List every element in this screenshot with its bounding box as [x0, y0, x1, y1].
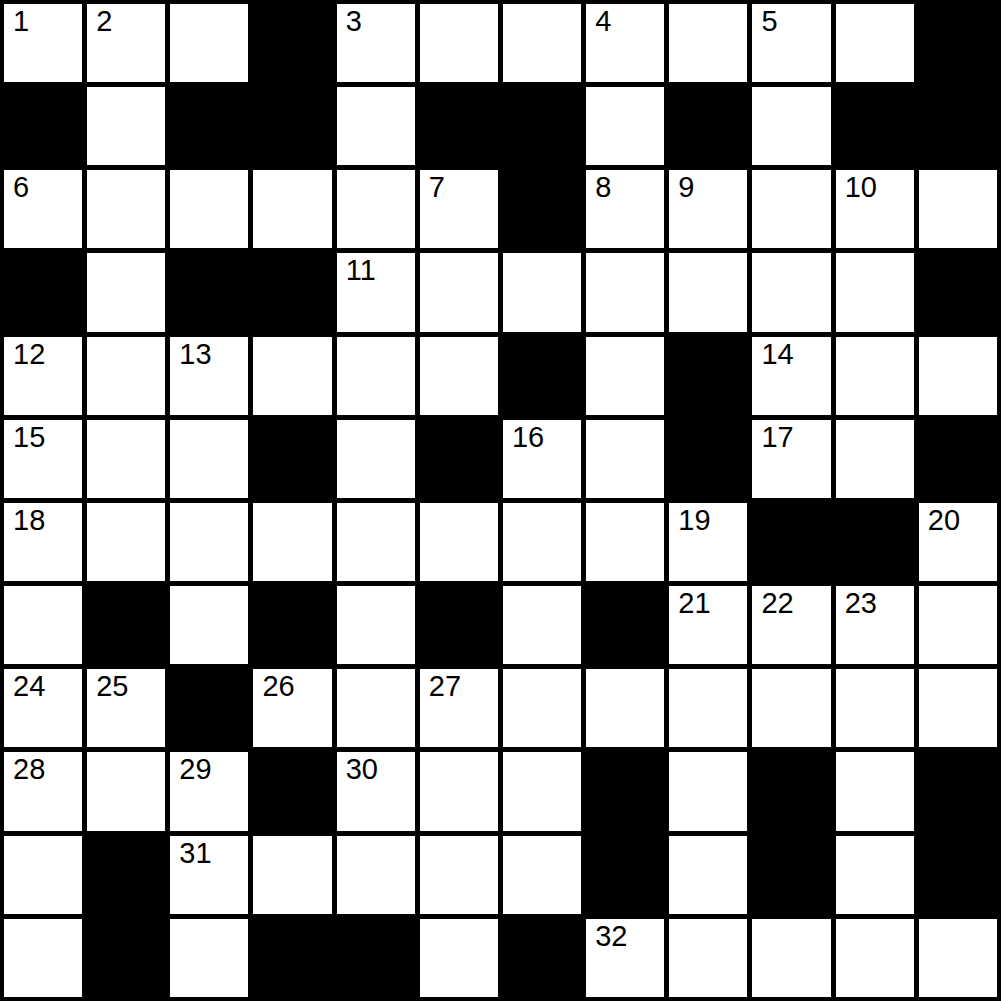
crossword-cell[interactable]: 2: [87, 4, 165, 82]
crossword-cell[interactable]: [919, 919, 997, 997]
blocked-cell: [919, 87, 997, 165]
clue-number: 30: [346, 755, 378, 784]
crossword-cell[interactable]: [420, 836, 498, 914]
clue-number: 8: [595, 173, 611, 202]
crossword-cell[interactable]: 3: [337, 4, 415, 82]
crossword-cell[interactable]: 22: [752, 586, 830, 664]
clue-number: 13: [179, 340, 211, 369]
crossword-cell[interactable]: [337, 503, 415, 581]
crossword-cell[interactable]: 26: [253, 669, 331, 747]
crossword-cell[interactable]: 12: [4, 337, 82, 415]
crossword-cell[interactable]: [586, 420, 664, 498]
crossword-cell[interactable]: [253, 170, 331, 248]
blocked-cell: [253, 586, 331, 664]
crossword-cell[interactable]: [253, 503, 331, 581]
blocked-cell: [919, 4, 997, 82]
crossword-cell[interactable]: [87, 420, 165, 498]
crossword-cell[interactable]: 23: [836, 586, 914, 664]
crossword-cell[interactable]: [503, 752, 581, 830]
crossword-cell[interactable]: [503, 4, 581, 82]
crossword-cell[interactable]: [337, 836, 415, 914]
clue-number: 21: [678, 589, 710, 618]
blocked-cell: [669, 87, 747, 165]
crossword-cell[interactable]: [586, 503, 664, 581]
blocked-cell: [919, 253, 997, 331]
clue-number: 16: [512, 423, 544, 452]
blocked-cell: [669, 420, 747, 498]
blocked-cell: [4, 87, 82, 165]
blocked-cell: [420, 420, 498, 498]
clue-number: 17: [761, 423, 793, 452]
clue-number: 6: [13, 173, 29, 202]
blocked-cell: [919, 836, 997, 914]
clue-number: 1: [13, 7, 29, 36]
clue-number: 25: [96, 672, 128, 701]
crossword-cell[interactable]: [337, 669, 415, 747]
clue-number: 18: [13, 506, 45, 535]
crossword-cell[interactable]: [919, 669, 997, 747]
crossword-cell[interactable]: 13: [170, 337, 248, 415]
blocked-cell: [752, 503, 830, 581]
blocked-cell: [253, 253, 331, 331]
blocked-cell: [919, 752, 997, 830]
crossword-cell[interactable]: [420, 337, 498, 415]
crossword-cell[interactable]: 15: [4, 420, 82, 498]
crossword-cell[interactable]: [919, 337, 997, 415]
blocked-cell: [253, 420, 331, 498]
crossword-cell[interactable]: [4, 919, 82, 997]
crossword-cell[interactable]: [87, 337, 165, 415]
crossword-cell[interactable]: [752, 919, 830, 997]
clue-number: 23: [845, 589, 877, 618]
clue-number: 24: [13, 672, 45, 701]
crossword-cell[interactable]: [836, 919, 914, 997]
blocked-cell: [503, 337, 581, 415]
crossword-cell[interactable]: [586, 253, 664, 331]
blocked-cell: [253, 4, 331, 82]
blocked-cell: [170, 669, 248, 747]
blocked-cell: [87, 836, 165, 914]
crossword-cell[interactable]: [669, 4, 747, 82]
crossword-cell[interactable]: [836, 836, 914, 914]
crossword-cell[interactable]: [87, 253, 165, 331]
crossword-cell[interactable]: [669, 752, 747, 830]
crossword-cell[interactable]: [503, 586, 581, 664]
clue-number: 19: [678, 506, 710, 535]
crossword-cell[interactable]: [503, 253, 581, 331]
crossword-cell[interactable]: [253, 836, 331, 914]
clue-number: 10: [845, 173, 877, 202]
crossword-cell[interactable]: 21: [669, 586, 747, 664]
clue-number: 12: [13, 340, 45, 369]
clue-number: 29: [179, 755, 211, 784]
blocked-cell: [503, 87, 581, 165]
crossword-cell[interactable]: [87, 170, 165, 248]
crossword-cell[interactable]: [669, 669, 747, 747]
crossword-cell[interactable]: [420, 919, 498, 997]
crossword-cell[interactable]: 6: [4, 170, 82, 248]
crossword-cell[interactable]: 14: [752, 337, 830, 415]
crossword-cell[interactable]: 19: [669, 503, 747, 581]
crossword-cell[interactable]: [420, 752, 498, 830]
crossword-cell[interactable]: 24: [4, 669, 82, 747]
crossword-cell[interactable]: 16: [503, 420, 581, 498]
crossword-cell[interactable]: [337, 586, 415, 664]
crossword-cell[interactable]: [836, 420, 914, 498]
clue-number: 4: [595, 7, 611, 36]
clue-number: 28: [13, 755, 45, 784]
crossword-cell[interactable]: [669, 253, 747, 331]
clue-number: 26: [262, 672, 294, 701]
crossword-cell[interactable]: [669, 836, 747, 914]
crossword-cell[interactable]: [586, 87, 664, 165]
blocked-cell: [919, 420, 997, 498]
blocked-cell: [669, 337, 747, 415]
crossword-cell[interactable]: [836, 752, 914, 830]
crossword-cell[interactable]: [752, 87, 830, 165]
crossword-cell[interactable]: 9: [669, 170, 747, 248]
blocked-cell: [337, 919, 415, 997]
blocked-cell: [4, 253, 82, 331]
crossword-cell[interactable]: 20: [919, 503, 997, 581]
clue-number: 31: [179, 839, 211, 868]
blocked-cell: [420, 586, 498, 664]
crossword-cell[interactable]: [503, 836, 581, 914]
crossword-cell[interactable]: [170, 503, 248, 581]
crossword-cell[interactable]: [420, 253, 498, 331]
crossword-cell[interactable]: [586, 669, 664, 747]
crossword-cell[interactable]: 4: [586, 4, 664, 82]
blocked-cell: [586, 752, 664, 830]
crossword-cell[interactable]: [836, 4, 914, 82]
crossword-cell[interactable]: [170, 170, 248, 248]
crossword-cell[interactable]: 30: [337, 752, 415, 830]
crossword-cell[interactable]: [420, 4, 498, 82]
crossword-cell[interactable]: [170, 4, 248, 82]
crossword-cell[interactable]: 8: [586, 170, 664, 248]
crossword-cell[interactable]: 27: [420, 669, 498, 747]
clue-number: 20: [928, 506, 960, 535]
blocked-cell: [420, 87, 498, 165]
clue-number: 22: [761, 589, 793, 618]
crossword-cell[interactable]: 18: [4, 503, 82, 581]
crossword-cell[interactable]: [4, 836, 82, 914]
crossword-cell[interactable]: 31: [170, 836, 248, 914]
crossword-cell[interactable]: [253, 337, 331, 415]
crossword-cell[interactable]: 28: [4, 752, 82, 830]
clue-number: 7: [429, 173, 445, 202]
clue-number: 9: [678, 173, 694, 202]
crossword-cell[interactable]: [836, 669, 914, 747]
blocked-cell: [836, 503, 914, 581]
crossword-cell[interactable]: [87, 87, 165, 165]
crossword-cell[interactable]: [170, 919, 248, 997]
crossword-cell[interactable]: [503, 669, 581, 747]
crossword-cell[interactable]: [337, 87, 415, 165]
blocked-cell: [752, 836, 830, 914]
crossword-cell[interactable]: [752, 253, 830, 331]
crossword-cell[interactable]: [919, 170, 997, 248]
clue-number: 3: [346, 7, 362, 36]
blocked-cell: [253, 919, 331, 997]
clue-number: 11: [346, 256, 376, 285]
crossword-cell[interactable]: [752, 669, 830, 747]
blocked-cell: [87, 919, 165, 997]
blocked-cell: [87, 586, 165, 664]
clue-number: 27: [429, 672, 461, 701]
blocked-cell: [253, 87, 331, 165]
crossword-cell[interactable]: 1: [4, 4, 82, 82]
crossword-cell[interactable]: [586, 337, 664, 415]
crossword-cell[interactable]: [503, 503, 581, 581]
blocked-cell: [752, 752, 830, 830]
clue-number: 14: [761, 340, 793, 369]
crossword-cell[interactable]: 10: [836, 170, 914, 248]
crossword-cell[interactable]: [919, 586, 997, 664]
crossword-cell[interactable]: [669, 919, 747, 997]
blocked-cell: [586, 836, 664, 914]
clue-number: 32: [595, 922, 627, 951]
clue-number: 15: [13, 423, 45, 452]
crossword-cell[interactable]: [752, 170, 830, 248]
crossword-cell[interactable]: [170, 586, 248, 664]
crossword-cell[interactable]: [87, 752, 165, 830]
blocked-cell: [503, 170, 581, 248]
blocked-cell: [253, 752, 331, 830]
crossword-board: 1234567891011121314151617181920212223242…: [0, 0, 1001, 1001]
crossword-cell[interactable]: [337, 337, 415, 415]
clue-number: 2: [96, 7, 112, 36]
blocked-cell: [170, 87, 248, 165]
crossword-cell[interactable]: 25: [87, 669, 165, 747]
crossword-cell[interactable]: [836, 253, 914, 331]
blocked-cell: [586, 586, 664, 664]
blocked-cell: [836, 87, 914, 165]
crossword-cell[interactable]: 5: [752, 4, 830, 82]
crossword-cell[interactable]: 29: [170, 752, 248, 830]
crossword-cell[interactable]: [337, 420, 415, 498]
crossword-cell[interactable]: [4, 586, 82, 664]
crossword-cell[interactable]: 7: [420, 170, 498, 248]
crossword-cell[interactable]: 17: [752, 420, 830, 498]
crossword-cell[interactable]: [170, 420, 248, 498]
crossword-cell[interactable]: [87, 503, 165, 581]
clue-number: 5: [761, 7, 777, 36]
crossword-cell[interactable]: [337, 170, 415, 248]
crossword-cell[interactable]: [836, 337, 914, 415]
blocked-cell: [170, 253, 248, 331]
crossword-cell[interactable]: [420, 503, 498, 581]
crossword-cell[interactable]: 11: [337, 253, 415, 331]
blocked-cell: [503, 919, 581, 997]
crossword-cell[interactable]: 32: [586, 919, 664, 997]
